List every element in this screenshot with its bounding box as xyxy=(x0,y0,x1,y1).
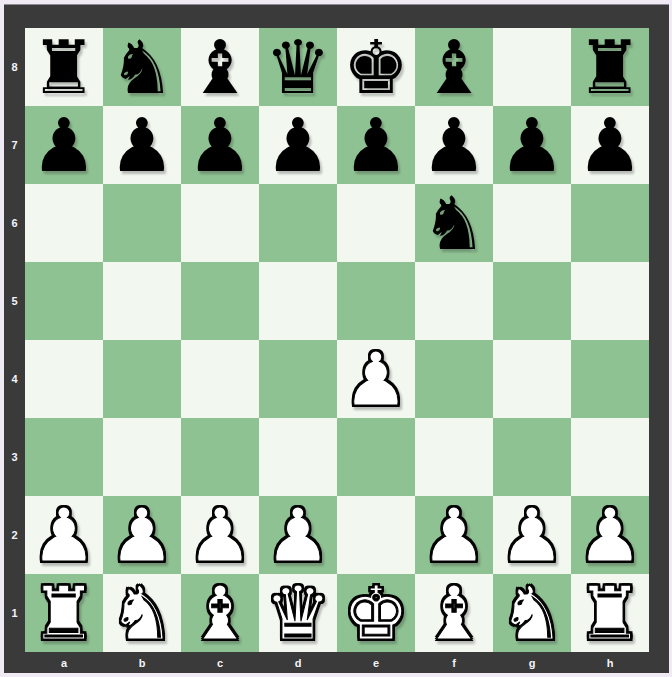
square-b6[interactable] xyxy=(103,184,181,262)
square-d5[interactable] xyxy=(259,262,337,340)
square-c8[interactable]: ♝ xyxy=(181,28,259,106)
square-c7[interactable]: ♟ xyxy=(181,106,259,184)
square-f5[interactable] xyxy=(415,262,493,340)
square-c3[interactable] xyxy=(181,418,259,496)
rank-label-8: 8 xyxy=(4,28,25,106)
square-h8[interactable]: ♜ xyxy=(571,28,649,106)
black-pawn-h7[interactable]: ♟ xyxy=(577,106,643,184)
rank-label-5: 5 xyxy=(4,262,25,340)
square-h2[interactable]: ♟ xyxy=(571,496,649,574)
black-pawn-c7[interactable]: ♟ xyxy=(187,106,253,184)
square-a2[interactable]: ♟ xyxy=(25,496,103,574)
square-f7[interactable]: ♟ xyxy=(415,106,493,184)
square-f3[interactable] xyxy=(415,418,493,496)
white-bishop-c1[interactable]: ♝ xyxy=(187,574,253,652)
square-d6[interactable] xyxy=(259,184,337,262)
rank-label-3: 3 xyxy=(4,418,25,496)
rank-label-1: 1 xyxy=(4,574,25,652)
square-a4[interactable] xyxy=(25,340,103,418)
black-king-e8[interactable]: ♚ xyxy=(343,28,409,106)
square-g7[interactable]: ♟ xyxy=(493,106,571,184)
black-knight-b8[interactable]: ♞ xyxy=(109,28,175,106)
square-d7[interactable]: ♟ xyxy=(259,106,337,184)
white-pawn-b2[interactable]: ♟ xyxy=(109,496,175,574)
square-h1[interactable]: ♜ xyxy=(571,574,649,652)
square-g1[interactable]: ♞ xyxy=(493,574,571,652)
square-h4[interactable] xyxy=(571,340,649,418)
white-pawn-a2[interactable]: ♟ xyxy=(31,496,97,574)
square-f4[interactable] xyxy=(415,340,493,418)
black-rook-a8[interactable]: ♜ xyxy=(31,28,97,106)
square-f8[interactable]: ♝ xyxy=(415,28,493,106)
square-e4[interactable]: ♟ xyxy=(337,340,415,418)
file-label-c: c xyxy=(181,652,259,673)
white-bishop-f1[interactable]: ♝ xyxy=(421,574,487,652)
square-h5[interactable] xyxy=(571,262,649,340)
white-pawn-g2[interactable]: ♟ xyxy=(499,496,565,574)
file-label-a: a xyxy=(25,652,103,673)
rank-label-6: 6 xyxy=(4,184,25,262)
white-pawn-h2[interactable]: ♟ xyxy=(577,496,643,574)
square-h3[interactable] xyxy=(571,418,649,496)
white-queen-d1[interactable]: ♛ xyxy=(265,574,331,652)
file-label-b: b xyxy=(103,652,181,673)
square-e1[interactable]: ♚ xyxy=(337,574,415,652)
white-knight-g1[interactable]: ♞ xyxy=(499,574,565,652)
square-e3[interactable] xyxy=(337,418,415,496)
square-a6[interactable] xyxy=(25,184,103,262)
black-pawn-g7[interactable]: ♟ xyxy=(499,106,565,184)
square-a5[interactable] xyxy=(25,262,103,340)
square-b7[interactable]: ♟ xyxy=(103,106,181,184)
square-e7[interactable]: ♟ xyxy=(337,106,415,184)
white-rook-a1[interactable]: ♜ xyxy=(31,574,97,652)
square-c6[interactable] xyxy=(181,184,259,262)
chess-board[interactable]: ♜♞♝♛♚♝♜♟♟♟♟♟♟♟♟♞♟♟♟♟♟♟♟♟♜♞♝♛♚♝♞♜ xyxy=(25,28,649,652)
square-h7[interactable]: ♟ xyxy=(571,106,649,184)
white-rook-h1[interactable]: ♜ xyxy=(577,574,643,652)
file-label-e: e xyxy=(337,652,415,673)
black-pawn-e7[interactable]: ♟ xyxy=(343,106,409,184)
black-pawn-d7[interactable]: ♟ xyxy=(265,106,331,184)
square-a8[interactable]: ♜ xyxy=(25,28,103,106)
square-g4[interactable] xyxy=(493,340,571,418)
white-pawn-f2[interactable]: ♟ xyxy=(421,496,487,574)
square-d1[interactable]: ♛ xyxy=(259,574,337,652)
black-queen-d8[interactable]: ♛ xyxy=(265,28,331,106)
square-f2[interactable]: ♟ xyxy=(415,496,493,574)
square-b8[interactable]: ♞ xyxy=(103,28,181,106)
square-d8[interactable]: ♛ xyxy=(259,28,337,106)
square-b3[interactable] xyxy=(103,418,181,496)
white-pawn-d2[interactable]: ♟ xyxy=(265,496,331,574)
square-g5[interactable] xyxy=(493,262,571,340)
black-pawn-a7[interactable]: ♟ xyxy=(31,106,97,184)
black-bishop-c8[interactable]: ♝ xyxy=(187,28,253,106)
file-label-h: h xyxy=(571,652,649,673)
square-b2[interactable]: ♟ xyxy=(103,496,181,574)
square-g3[interactable] xyxy=(493,418,571,496)
white-pawn-e4[interactable]: ♟ xyxy=(343,340,409,418)
white-pawn-c2[interactable]: ♟ xyxy=(187,496,253,574)
file-label-g: g xyxy=(493,652,571,673)
square-h6[interactable] xyxy=(571,184,649,262)
square-b4[interactable] xyxy=(103,340,181,418)
square-c1[interactable]: ♝ xyxy=(181,574,259,652)
rank-label-4: 4 xyxy=(4,340,25,418)
black-bishop-f8[interactable]: ♝ xyxy=(421,28,487,106)
square-e5[interactable] xyxy=(337,262,415,340)
square-b1[interactable]: ♞ xyxy=(103,574,181,652)
square-a1[interactable]: ♜ xyxy=(25,574,103,652)
square-g2[interactable]: ♟ xyxy=(493,496,571,574)
chess-app-window: 87654321 ♜♞♝♛♚♝♜♟♟♟♟♟♟♟♟♞♟♟♟♟♟♟♟♟♜♞♝♛♚♝♞… xyxy=(0,0,672,677)
black-pawn-f7[interactable]: ♟ xyxy=(421,106,487,184)
file-label-d: d xyxy=(259,652,337,673)
rank-labels: 87654321 xyxy=(4,28,25,652)
file-label-f: f xyxy=(415,652,493,673)
rank-label-2: 2 xyxy=(4,496,25,574)
square-d3[interactable] xyxy=(259,418,337,496)
square-g8[interactable] xyxy=(493,28,571,106)
black-rook-h8[interactable]: ♜ xyxy=(577,28,643,106)
square-b5[interactable] xyxy=(103,262,181,340)
square-a3[interactable] xyxy=(25,418,103,496)
white-king-e1[interactable]: ♚ xyxy=(343,574,409,652)
square-e8[interactable]: ♚ xyxy=(337,28,415,106)
rank-label-7: 7 xyxy=(4,106,25,184)
black-pawn-b7[interactable]: ♟ xyxy=(109,106,175,184)
square-d2[interactable]: ♟ xyxy=(259,496,337,574)
square-f1[interactable]: ♝ xyxy=(415,574,493,652)
square-f6[interactable]: ♞ xyxy=(415,184,493,262)
square-c5[interactable] xyxy=(181,262,259,340)
file-labels: abcdefgh xyxy=(25,652,649,673)
square-a7[interactable]: ♟ xyxy=(25,106,103,184)
square-e2[interactable] xyxy=(337,496,415,574)
square-g6[interactable] xyxy=(493,184,571,262)
square-d4[interactable] xyxy=(259,340,337,418)
square-c2[interactable]: ♟ xyxy=(181,496,259,574)
black-knight-f6[interactable]: ♞ xyxy=(421,184,487,262)
board-frame: 87654321 ♜♞♝♛♚♝♜♟♟♟♟♟♟♟♟♞♟♟♟♟♟♟♟♟♜♞♝♛♚♝♞… xyxy=(4,4,669,673)
white-knight-b1[interactable]: ♞ xyxy=(109,574,175,652)
square-c4[interactable] xyxy=(181,340,259,418)
square-e6[interactable] xyxy=(337,184,415,262)
